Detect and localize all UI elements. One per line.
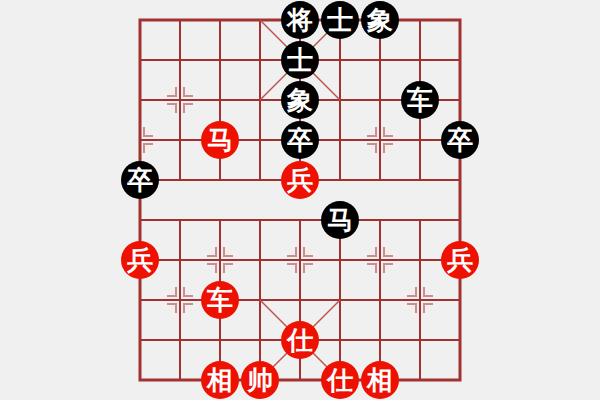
piece-red-pawn-3[interactable]: 兵 bbox=[441, 241, 479, 279]
piece-red-elephant-2[interactable]: 相 bbox=[361, 361, 399, 399]
piece-black-advisor-1[interactable]: 士 bbox=[321, 1, 359, 39]
piece-red-pawn-2[interactable]: 兵 bbox=[121, 241, 159, 279]
red-pawn-3-glyph: 兵 bbox=[447, 247, 473, 273]
piece-black-general[interactable]: 将 bbox=[281, 1, 319, 39]
piece-black-horse[interactable]: 马 bbox=[321, 201, 359, 239]
piece-black-pawn-3[interactable]: 卒 bbox=[121, 161, 159, 199]
black-pawn-1-glyph: 卒 bbox=[287, 127, 313, 153]
black-pawn-3-glyph: 卒 bbox=[127, 167, 153, 193]
xiangqi-app: 将士象士象车卒卒卒马马兵兵兵车仕相帅仕相 bbox=[0, 0, 600, 400]
red-chariot-glyph: 车 bbox=[207, 287, 233, 313]
piece-black-advisor-2[interactable]: 士 bbox=[281, 41, 319, 79]
piece-black-chariot[interactable]: 车 bbox=[401, 81, 439, 119]
red-elephant-1-glyph: 相 bbox=[207, 367, 233, 393]
piece-red-chariot[interactable]: 车 bbox=[201, 281, 239, 319]
black-general-glyph: 将 bbox=[287, 7, 313, 33]
red-elephant-2-glyph: 相 bbox=[367, 367, 393, 393]
black-chariot-glyph: 车 bbox=[407, 87, 433, 113]
piece-red-horse[interactable]: 马 bbox=[201, 121, 239, 159]
black-advisor-2-glyph: 士 bbox=[287, 47, 313, 73]
red-horse-glyph: 马 bbox=[207, 127, 233, 153]
red-advisor-2-glyph: 仕 bbox=[327, 367, 353, 393]
piece-red-elephant-1[interactable]: 相 bbox=[201, 361, 239, 399]
red-general-glyph: 帅 bbox=[247, 367, 273, 393]
red-pawn-2-glyph: 兵 bbox=[127, 247, 153, 273]
red-advisor-1-glyph: 仕 bbox=[287, 327, 313, 353]
black-advisor-1-glyph: 士 bbox=[327, 7, 353, 33]
piece-red-advisor-2[interactable]: 仕 bbox=[321, 361, 359, 399]
piece-red-advisor-1[interactable]: 仕 bbox=[281, 321, 319, 359]
piece-red-pawn-1[interactable]: 兵 bbox=[281, 161, 319, 199]
xiangqi-board[interactable]: 将士象士象车卒卒卒马马兵兵兵车仕相帅仕相 bbox=[120, 0, 480, 400]
piece-black-pawn-1[interactable]: 卒 bbox=[281, 121, 319, 159]
piece-black-pawn-2[interactable]: 卒 bbox=[441, 121, 479, 159]
piece-red-general[interactable]: 帅 bbox=[241, 361, 279, 399]
piece-black-elephant-1[interactable]: 象 bbox=[361, 1, 399, 39]
black-horse-glyph: 马 bbox=[327, 207, 353, 233]
red-pawn-1-glyph: 兵 bbox=[287, 167, 313, 193]
piece-black-elephant-2[interactable]: 象 bbox=[281, 81, 319, 119]
black-elephant-1-glyph: 象 bbox=[367, 7, 393, 33]
black-pawn-2-glyph: 卒 bbox=[447, 127, 473, 153]
black-elephant-2-glyph: 象 bbox=[287, 87, 313, 113]
